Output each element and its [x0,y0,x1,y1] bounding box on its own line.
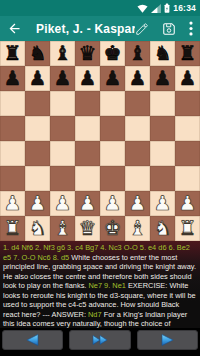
black-pawn: ♟ [179,66,197,90]
square-h8[interactable]: ♜ [175,41,200,66]
square-e6[interactable] [100,91,125,116]
black-pawn: ♟ [154,66,172,90]
white-king: ♚ [104,216,122,240]
square-a5[interactable] [0,116,25,141]
square-b6[interactable] [25,91,50,116]
square-g6[interactable] [150,91,175,116]
square-f6[interactable] [125,91,150,116]
white-pawn: ♟ [4,191,22,215]
square-d7[interactable]: ♟ [75,66,100,91]
square-h1[interactable]: ♜ [175,216,200,241]
black-knight: ♞ [29,41,47,65]
square-g7[interactable]: ♟ [150,66,175,91]
square-e1[interactable]: ♚ [100,216,125,241]
square-d6[interactable] [75,91,100,116]
square-c7[interactable]: ♟ [50,66,75,91]
square-e8[interactable]: ♚ [100,41,125,66]
square-c1[interactable]: ♝ [50,216,75,241]
black-bishop: ♝ [129,41,147,65]
game-title: Piket, J. - Kaspar... [36,22,135,36]
wifi-icon [137,4,148,13]
black-pawn: ♟ [129,66,147,90]
arrow-left-icon [24,333,41,347]
black-pawn: ♟ [4,66,22,90]
square-d1[interactable]: ♛ [75,216,100,241]
square-h5[interactable] [175,116,200,141]
square-e4[interactable] [100,141,125,166]
black-pawn: ♟ [29,66,47,90]
white-pawn: ♟ [29,191,47,215]
square-h4[interactable] [175,141,200,166]
white-pawn: ♟ [79,191,97,215]
chess-board[interactable]: ♜♞♝♛♚♝♞♜♟♟♟♟♟♟♟♟♟♟♟♟♟♟♟♟♜♞♝♛♚♝♞♜ [0,41,200,241]
square-a2[interactable]: ♟ [0,191,25,216]
square-d3[interactable] [75,166,100,191]
black-queen: ♛ [79,41,97,65]
status-bar: 16:34 [0,0,200,16]
square-f5[interactable] [125,116,150,141]
square-a4[interactable] [0,141,25,166]
white-bishop: ♝ [54,216,72,240]
square-e3[interactable] [100,166,125,191]
white-pawn: ♟ [104,191,122,215]
square-d5[interactable] [75,116,100,141]
next-move-button[interactable] [137,330,198,350]
square-b2[interactable]: ♟ [25,191,50,216]
arrow-right-icon [159,333,176,347]
black-rook: ♜ [179,41,197,65]
square-f3[interactable] [125,166,150,191]
square-b3[interactable] [25,166,50,191]
save-button[interactable] [162,22,176,36]
fast-forward-button[interactable] [69,330,130,350]
square-b4[interactable] [25,141,50,166]
move-text: 1. d4 Nf6 2. Nf3 g6 3. c4 Bg7 4. Nc3 O-O… [0,241,200,328]
square-h2[interactable]: ♟ [175,191,200,216]
back-arrow-icon [7,21,22,36]
overflow-menu-button[interactable] [189,21,193,36]
square-e5[interactable] [100,116,125,141]
square-f1[interactable]: ♝ [125,216,150,241]
square-f4[interactable] [125,141,150,166]
square-f2[interactable]: ♟ [125,191,150,216]
square-a3[interactable] [0,166,25,191]
square-b1[interactable]: ♞ [25,216,50,241]
square-c8[interactable]: ♝ [50,41,75,66]
chess-app-screen: 16:34 Piket, J. - Kaspar... [0,0,200,356]
square-a7[interactable]: ♟ [0,66,25,91]
white-bishop: ♝ [129,216,147,240]
square-g2[interactable]: ♟ [150,191,175,216]
black-pawn: ♟ [54,66,72,90]
black-rook: ♜ [4,41,22,65]
black-knight: ♞ [154,41,172,65]
square-c2[interactable]: ♟ [50,191,75,216]
square-b7[interactable]: ♟ [25,66,50,91]
pencil-edit-icon [135,22,149,36]
square-c4[interactable] [50,141,75,166]
move-sequence[interactable]: Nd7 [88,310,102,319]
square-e7[interactable]: ♟ [100,66,125,91]
double-arrow-right-icon [91,334,108,346]
square-g4[interactable] [150,141,175,166]
square-c5[interactable] [50,116,75,141]
edit-button[interactable] [135,22,149,36]
white-rook: ♜ [4,216,22,240]
square-c6[interactable] [50,91,75,116]
white-pawn: ♟ [179,191,197,215]
square-a8[interactable]: ♜ [0,41,25,66]
square-h3[interactable] [175,166,200,191]
square-f7[interactable]: ♟ [125,66,150,91]
white-pawn: ♟ [129,191,147,215]
black-king: ♚ [104,41,122,65]
overflow-menu-icon [189,21,193,36]
cell-signal-icon [151,4,161,13]
white-knight: ♞ [154,216,172,240]
black-bishop: ♝ [54,41,72,65]
move-sequence[interactable]: Ne7 9. Ne1 [88,281,125,290]
floppy-save-icon [162,22,176,36]
square-h7[interactable]: ♟ [175,66,200,91]
clock-time: 16:34 [173,3,196,13]
white-pawn: ♟ [54,191,72,215]
move-controls [0,328,200,356]
square-a6[interactable] [0,91,25,116]
square-b8[interactable]: ♞ [25,41,50,66]
square-g1[interactable]: ♞ [150,216,175,241]
square-g8[interactable]: ♞ [150,41,175,66]
square-h6[interactable] [175,91,200,116]
white-pawn: ♟ [154,191,172,215]
square-g5[interactable] [150,116,175,141]
square-e2[interactable]: ♟ [100,191,125,216]
app-bar: Piket, J. - Kaspar... [0,16,200,41]
white-rook: ♜ [179,216,197,240]
battery-icon [164,3,170,13]
square-f8[interactable]: ♝ [125,41,150,66]
previous-move-button[interactable] [2,330,63,350]
square-b5[interactable] [25,116,50,141]
black-pawn: ♟ [79,66,97,90]
square-a1[interactable]: ♜ [0,216,25,241]
square-c3[interactable] [50,166,75,191]
square-d8[interactable]: ♛ [75,41,100,66]
back-button[interactable] [7,21,23,37]
white-knight: ♞ [29,216,47,240]
white-queen: ♛ [79,216,97,240]
square-d4[interactable] [75,141,100,166]
black-pawn: ♟ [104,66,122,90]
square-g3[interactable] [150,166,175,191]
square-d2[interactable]: ♟ [75,191,100,216]
